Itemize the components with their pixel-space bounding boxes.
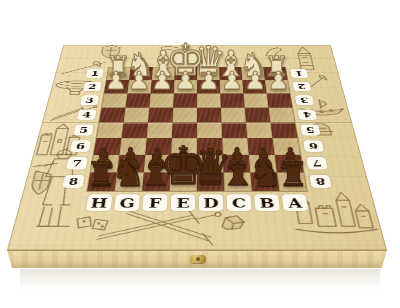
square: [197, 67, 220, 80]
square: [142, 172, 170, 191]
square: [221, 123, 247, 139]
square: [99, 108, 125, 123]
square: [219, 67, 242, 80]
square: [246, 123, 273, 139]
square: [144, 155, 171, 173]
square: [172, 123, 197, 139]
square: [241, 67, 265, 80]
square: [129, 67, 153, 80]
square: [197, 108, 221, 123]
square: [197, 138, 223, 155]
square: [122, 123, 149, 139]
rank-label-left: 8: [62, 175, 84, 188]
file-label: B: [254, 194, 280, 211]
rank-label-right: 1: [290, 69, 308, 78]
board-fold-seam: [42, 122, 353, 124]
square: [272, 138, 300, 155]
rank-label-right: 4: [297, 110, 317, 120]
square: [104, 80, 129, 93]
brass-clasp-icon: [190, 255, 206, 263]
rank-label-left: 4: [77, 110, 97, 120]
square: [173, 93, 197, 107]
square: [197, 80, 220, 93]
square: [124, 108, 150, 123]
square: [250, 172, 279, 191]
square: [152, 67, 175, 80]
file-label: D: [199, 194, 224, 211]
square: [220, 80, 244, 93]
rank-label-left: 2: [83, 82, 102, 91]
crossed-swords-icon: [90, 210, 231, 246]
chess-box-photo: 1234567812345678HGFEDCBA ♜♞♝♛♚♝♞♜♟♟♟♟♟♟♟…: [0, 0, 400, 308]
square: [222, 138, 249, 155]
square: [268, 108, 294, 123]
square: [145, 138, 172, 155]
square: [102, 93, 128, 107]
square: [119, 138, 146, 155]
square: [96, 123, 123, 139]
horse-head-sketch: [262, 47, 285, 57]
file-label: E: [171, 194, 196, 211]
square: [223, 155, 250, 173]
square: [126, 93, 151, 107]
square: [247, 138, 274, 155]
file-label: A: [282, 194, 309, 211]
rank-label-left: 1: [86, 69, 104, 78]
box-front-face: [7, 250, 387, 268]
chess-grid: [87, 67, 307, 191]
rank-label-left: 5: [73, 125, 93, 136]
file-label: F: [142, 194, 167, 211]
square: [265, 80, 290, 93]
square: [93, 138, 121, 155]
rock-sketch: [218, 214, 248, 231]
square: [224, 172, 252, 191]
square: [127, 80, 151, 93]
square: [87, 172, 117, 191]
rank-label-right: 5: [300, 125, 320, 136]
square: [106, 67, 130, 80]
square: [277, 172, 307, 191]
square: [149, 93, 173, 107]
rank-label-left: 3: [80, 95, 99, 105]
square: [242, 80, 266, 93]
square: [270, 123, 297, 139]
banner-sketch: [160, 46, 190, 53]
dice-sketch: [74, 214, 112, 234]
square: [147, 123, 173, 139]
square: [267, 93, 293, 107]
square: [90, 155, 119, 173]
file-label: G: [114, 194, 140, 211]
square: [263, 67, 287, 80]
square: [197, 155, 224, 173]
file-label: C: [226, 194, 251, 211]
square: [151, 80, 175, 93]
square: [170, 172, 197, 191]
rank-label-right: 7: [306, 157, 328, 169]
square: [249, 155, 277, 173]
floor-reflection: [20, 269, 380, 293]
square: [197, 123, 222, 139]
square: [221, 108, 246, 123]
square: [173, 108, 197, 123]
shield-icon: [100, 45, 121, 58]
rank-label-right: 6: [303, 140, 324, 152]
square: [170, 155, 197, 173]
square: [275, 155, 304, 173]
rank-label-left: 6: [70, 140, 91, 152]
rank-label-right: 2: [292, 82, 311, 91]
square: [197, 93, 221, 107]
square: [174, 80, 197, 93]
square: [220, 93, 244, 107]
rank-label-left: 7: [66, 157, 88, 169]
square: [117, 155, 145, 173]
file-label: H: [86, 194, 113, 211]
tower-icon: [290, 46, 320, 71]
square: [197, 172, 224, 191]
rank-label-right: 3: [295, 95, 314, 105]
square: [171, 138, 197, 155]
square: [148, 108, 173, 123]
rank-label-right: 8: [309, 175, 331, 188]
square: [245, 108, 271, 123]
square: [174, 67, 197, 80]
board-top-surface: 1234567812345678HGFEDCBA: [7, 45, 387, 250]
square: [243, 93, 268, 107]
square: [115, 172, 144, 191]
